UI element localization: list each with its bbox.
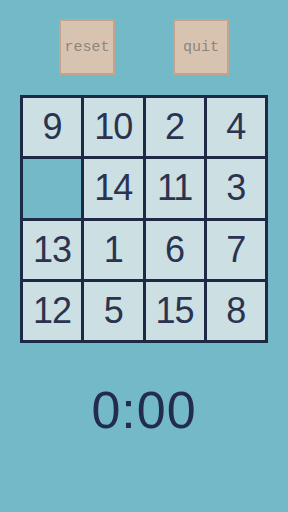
tile-4[interactable]: 4: [207, 98, 265, 156]
tile-9[interactable]: 9: [23, 98, 81, 156]
tile-5[interactable]: 5: [84, 282, 142, 340]
tile-7[interactable]: 7: [207, 221, 265, 279]
puzzle-board: 910241411313167125158: [20, 95, 268, 343]
tile-15[interactable]: 15: [146, 282, 204, 340]
app-background: reset quit 910241411313167125158 0:00: [0, 0, 288, 512]
tile-8[interactable]: 8: [207, 282, 265, 340]
empty-cell: [23, 159, 81, 217]
tile-6[interactable]: 6: [146, 221, 204, 279]
quit-button[interactable]: quit: [173, 19, 229, 75]
tile-3[interactable]: 3: [207, 159, 265, 217]
tile-1[interactable]: 1: [84, 221, 142, 279]
tile-2[interactable]: 2: [146, 98, 204, 156]
tile-11[interactable]: 11: [146, 159, 204, 217]
timer-display: 0:00: [0, 380, 288, 440]
tile-12[interactable]: 12: [23, 282, 81, 340]
reset-button[interactable]: reset: [59, 19, 115, 75]
tile-13[interactable]: 13: [23, 221, 81, 279]
tile-10[interactable]: 10: [84, 98, 142, 156]
tile-14[interactable]: 14: [84, 159, 142, 217]
